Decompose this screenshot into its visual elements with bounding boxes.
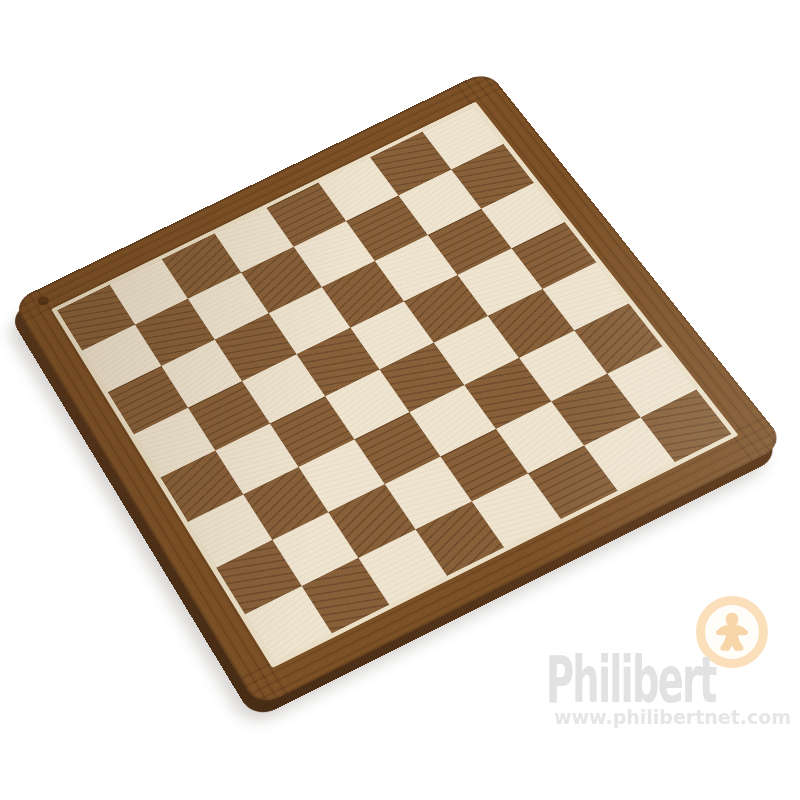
watermark-brand: Philibert [546, 648, 716, 712]
watermark-url: www.philibertnet.com [554, 708, 791, 727]
chessboard [12, 70, 786, 708]
product-photo: Philibert www.philibertnet.com [0, 0, 800, 800]
